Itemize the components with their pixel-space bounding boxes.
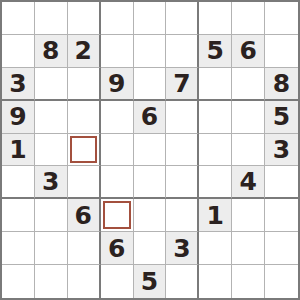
cell-r6c1[interactable] — [2, 166, 35, 199]
cell-r1c4[interactable] — [101, 2, 134, 35]
cell-r2c6[interactable] — [166, 35, 199, 68]
cell-r5c7[interactable] — [199, 134, 232, 167]
cell-r9c4[interactable] — [101, 265, 134, 298]
cell-r5c1[interactable]: 1 — [2, 134, 35, 167]
cell-r9c6[interactable] — [166, 265, 199, 298]
cell-r9c9[interactable] — [265, 265, 298, 298]
selection-box — [70, 136, 97, 164]
cell-r3c1[interactable]: 3 — [2, 68, 35, 101]
cell-r5c4[interactable] — [101, 134, 134, 167]
cell-r4c6[interactable] — [166, 101, 199, 134]
cell-r1c7[interactable] — [199, 2, 232, 35]
cell-r3c5[interactable] — [134, 68, 167, 101]
cell-r8c5[interactable] — [134, 232, 167, 265]
cell-r1c6[interactable] — [166, 2, 199, 35]
cell-r9c1[interactable] — [2, 265, 35, 298]
cell-r2c9[interactable] — [265, 35, 298, 68]
cell-r6c6[interactable] — [166, 166, 199, 199]
cell-r1c9[interactable] — [265, 2, 298, 35]
cell-r2c3[interactable]: 2 — [68, 35, 101, 68]
cell-r9c8[interactable] — [232, 265, 265, 298]
cell-r2c1[interactable] — [2, 35, 35, 68]
cell-r3c3[interactable] — [68, 68, 101, 101]
cell-r4c5[interactable]: 6 — [134, 101, 167, 134]
cell-r8c7[interactable] — [199, 232, 232, 265]
cell-r3c9[interactable]: 8 — [265, 68, 298, 101]
cell-r7c6[interactable] — [166, 199, 199, 232]
cell-r5c2[interactable] — [35, 134, 68, 167]
cell-r5c3[interactable] — [68, 134, 101, 167]
cell-r5c5[interactable] — [134, 134, 167, 167]
cell-r6c8[interactable]: 4 — [232, 166, 265, 199]
cell-r3c4[interactable]: 9 — [101, 68, 134, 101]
cell-r2c8[interactable]: 6 — [232, 35, 265, 68]
cell-r4c4[interactable] — [101, 101, 134, 134]
cell-r7c5[interactable] — [134, 199, 167, 232]
cell-r8c2[interactable] — [35, 232, 68, 265]
cell-r3c6[interactable]: 7 — [166, 68, 199, 101]
cell-r5c8[interactable] — [232, 134, 265, 167]
cell-r4c3[interactable] — [68, 101, 101, 134]
cell-r7c3[interactable]: 6 — [68, 199, 101, 232]
selection-box — [103, 201, 131, 229]
cell-r4c8[interactable] — [232, 101, 265, 134]
cell-r5c9[interactable]: 3 — [265, 134, 298, 167]
cell-r6c3[interactable] — [68, 166, 101, 199]
cell-r9c2[interactable] — [35, 265, 68, 298]
cell-r2c2[interactable]: 8 — [35, 35, 68, 68]
cell-r1c5[interactable] — [134, 2, 167, 35]
cell-r3c7[interactable] — [199, 68, 232, 101]
cell-r6c7[interactable] — [199, 166, 232, 199]
cell-r1c3[interactable] — [68, 2, 101, 35]
cell-r5c6[interactable] — [166, 134, 199, 167]
cell-r7c9[interactable] — [265, 199, 298, 232]
cell-r8c3[interactable] — [68, 232, 101, 265]
cell-r4c9[interactable]: 5 — [265, 101, 298, 134]
cell-r7c1[interactable] — [2, 199, 35, 232]
cell-r1c8[interactable] — [232, 2, 265, 35]
cell-r2c4[interactable] — [101, 35, 134, 68]
cell-r7c7[interactable]: 1 — [199, 199, 232, 232]
cell-r2c5[interactable] — [134, 35, 167, 68]
cell-r1c1[interactable] — [2, 2, 35, 35]
cell-r1c2[interactable] — [35, 2, 68, 35]
cell-r6c9[interactable] — [265, 166, 298, 199]
cell-r7c2[interactable] — [35, 199, 68, 232]
cell-r4c2[interactable] — [35, 101, 68, 134]
cell-r4c1[interactable]: 9 — [2, 101, 35, 134]
cell-r6c5[interactable] — [134, 166, 167, 199]
cell-r6c2[interactable]: 3 — [35, 166, 68, 199]
cell-r3c8[interactable] — [232, 68, 265, 101]
sudoku-board: 82563978965133461635 — [0, 0, 300, 300]
cell-r9c5[interactable]: 5 — [134, 265, 167, 298]
cell-r7c8[interactable] — [232, 199, 265, 232]
cell-r2c7[interactable]: 5 — [199, 35, 232, 68]
cell-r8c6[interactable]: 3 — [166, 232, 199, 265]
cell-r9c7[interactable] — [199, 265, 232, 298]
cell-r8c1[interactable] — [2, 232, 35, 265]
cell-r8c8[interactable] — [232, 232, 265, 265]
cell-r3c2[interactable] — [35, 68, 68, 101]
cell-r8c9[interactable] — [265, 232, 298, 265]
cell-r9c3[interactable] — [68, 265, 101, 298]
cell-r8c4[interactable]: 6 — [101, 232, 134, 265]
cell-r4c7[interactable] — [199, 101, 232, 134]
cell-r6c4[interactable] — [101, 166, 134, 199]
cell-r7c4[interactable] — [101, 199, 134, 232]
